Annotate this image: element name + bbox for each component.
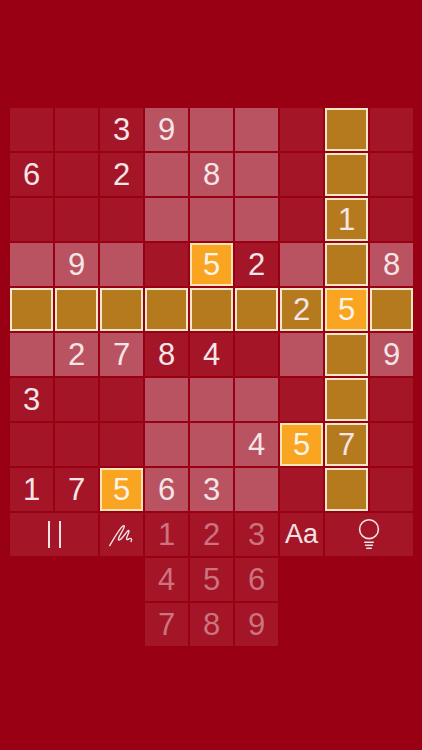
notes-button[interactable] [100,513,143,556]
grid-cell-r8c9[interactable] [370,423,413,466]
grid-cell-r2c7[interactable] [280,153,323,196]
grid-cell-r7c3[interactable] [100,378,143,421]
numpad-button-4[interactable]: 4 [145,558,188,601]
grid-cell-r1c5[interactable] [190,108,233,151]
grid-cell-r8c2[interactable] [55,423,98,466]
grid-cell-r9c9[interactable] [370,468,413,511]
grid-cell-r2c6[interactable] [235,153,278,196]
numpad-button-3[interactable]: 3 [235,513,278,556]
grid-cell-r9c3[interactable]: 5 [100,468,143,511]
grid-cell-r1c6[interactable] [235,108,278,151]
pause-bar [48,521,50,548]
grid-cell-r8c4[interactable] [145,423,188,466]
letters-toggle-button[interactable]: Aa [280,513,323,556]
grid-cell-r4c6[interactable]: 2 [235,243,278,286]
grid-cell-r3c4[interactable] [145,198,188,241]
grid-cell-r3c2[interactable] [55,198,98,241]
grid-cell-r6c7[interactable] [280,333,323,376]
grid-cell-r9c8[interactable] [325,468,368,511]
grid-cell-r8c6[interactable]: 4 [235,423,278,466]
grid-cell-r9c7[interactable] [280,468,323,511]
grid-cell-r5c6[interactable] [235,288,278,331]
grid-cell-r7c1[interactable]: 3 [10,378,53,421]
grid-cell-r9c4[interactable]: 6 [145,468,188,511]
grid-cell-r2c9[interactable] [370,153,413,196]
grid-cell-r4c2[interactable]: 9 [55,243,98,286]
grid-cell-r1c8[interactable] [325,108,368,151]
grid-cell-r4c3[interactable] [100,243,143,286]
grid-cell-r2c5[interactable]: 8 [190,153,233,196]
numpad-button-9[interactable]: 9 [235,603,278,646]
grid-cell-r7c4[interactable] [145,378,188,421]
grid-cell-r4c5[interactable]: 5 [190,243,233,286]
grid-cell-r4c7[interactable] [280,243,323,286]
grid-cell-r5c3[interactable] [100,288,143,331]
grid-cell-r7c2[interactable] [55,378,98,421]
grid-cell-r2c1[interactable]: 6 [10,153,53,196]
grid-cell-r5c5[interactable] [190,288,233,331]
grid-cell-r8c7[interactable]: 5 [280,423,323,466]
grid-cell-r2c8[interactable] [325,153,368,196]
grid-cell-r3c8[interactable]: 1 [325,198,368,241]
numpad-button-8[interactable]: 8 [190,603,233,646]
grid-cell-r5c9[interactable] [370,288,413,331]
sudoku-board: 39628195282527849345717563 1 2 3 Aa 4 5 … [10,108,413,646]
grid-cell-r2c2[interactable] [55,153,98,196]
grid-cell-r6c2[interactable]: 2 [55,333,98,376]
grid-cell-r5c4[interactable] [145,288,188,331]
grid-cell-r7c9[interactable] [370,378,413,421]
grid-cell-r7c5[interactable] [190,378,233,421]
grid-cell-r9c2[interactable]: 7 [55,468,98,511]
grid-cell-r1c9[interactable] [370,108,413,151]
grid-cell-r5c1[interactable] [10,288,53,331]
scribble-icon [104,517,140,553]
grid-cell-r7c7[interactable] [280,378,323,421]
grid-cell-r6c5[interactable]: 4 [190,333,233,376]
grid-cell-r3c1[interactable] [10,198,53,241]
grid-cell-r4c1[interactable] [10,243,53,286]
numpad-button-5[interactable]: 5 [190,558,233,601]
lightbulb-icon [349,515,389,555]
grid-cell-r3c9[interactable] [370,198,413,241]
grid-cell-r1c4[interactable]: 9 [145,108,188,151]
grid-cell-r5c7[interactable]: 2 [280,288,323,331]
grid-cell-r6c1[interactable] [10,333,53,376]
grid-cell-r3c6[interactable] [235,198,278,241]
grid-cell-r4c8[interactable] [325,243,368,286]
grid-cell-r6c9[interactable]: 9 [370,333,413,376]
grid-cell-r6c6[interactable] [235,333,278,376]
grid-cell-r4c4[interactable] [145,243,188,286]
grid-cell-r3c7[interactable] [280,198,323,241]
grid-cell-r9c5[interactable]: 3 [190,468,233,511]
hint-button[interactable] [325,513,413,556]
grid-cell-r1c2[interactable] [55,108,98,151]
sudoku-app-screen: 39628195282527849345717563 1 2 3 Aa 4 5 … [0,0,422,750]
grid-cell-r5c8[interactable]: 5 [325,288,368,331]
grid-cell-r2c3[interactable]: 2 [100,153,143,196]
grid-cell-r5c2[interactable] [55,288,98,331]
numpad-button-6[interactable]: 6 [235,558,278,601]
grid-cell-r3c5[interactable] [190,198,233,241]
grid-cell-r7c8[interactable] [325,378,368,421]
grid-cell-r3c3[interactable] [100,198,143,241]
grid-cell-r4c9[interactable]: 8 [370,243,413,286]
grid-cell-r2c4[interactable] [145,153,188,196]
grid-cell-r6c3[interactable]: 7 [100,333,143,376]
grid-cell-r9c6[interactable] [235,468,278,511]
grid-cell-r1c1[interactable] [10,108,53,151]
grid-cell-r7c6[interactable] [235,378,278,421]
grid-cell-r6c8[interactable] [325,333,368,376]
grid-cell-r6c4[interactable]: 8 [145,333,188,376]
numpad-button-2[interactable]: 2 [190,513,233,556]
pause-icon [48,521,61,548]
grid-cell-r9c1[interactable]: 1 [10,468,53,511]
pause-button[interactable] [10,513,98,556]
grid-cell-r8c3[interactable] [100,423,143,466]
grid-cell-r8c1[interactable] [10,423,53,466]
grid-cell-r8c8[interactable]: 7 [325,423,368,466]
grid-cell-r1c7[interactable] [280,108,323,151]
grid-cell-r1c3[interactable]: 3 [100,108,143,151]
numpad-button-1[interactable]: 1 [145,513,188,556]
grid-cell-r8c5[interactable] [190,423,233,466]
pause-bar [59,521,61,548]
numpad-button-7[interactable]: 7 [145,603,188,646]
